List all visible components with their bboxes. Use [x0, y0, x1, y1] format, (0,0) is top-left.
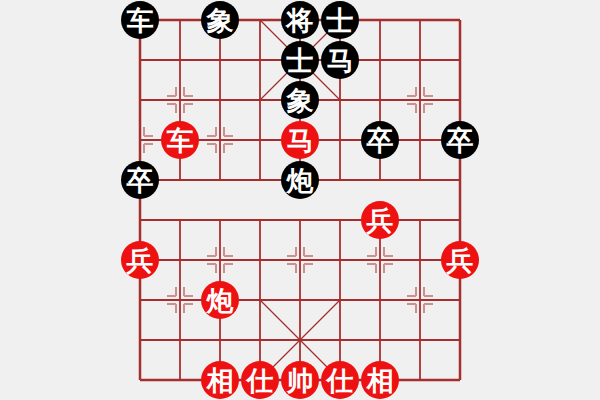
piece-black-elephant[interactable]: 象 — [281, 81, 319, 119]
board-point: 兵 — [120, 240, 160, 280]
board-point: 士 — [280, 40, 320, 80]
piece-red-soldier[interactable]: 兵 — [121, 241, 159, 279]
board-point: 马 — [320, 40, 360, 80]
board-point: 车 — [120, 0, 160, 40]
board-point: 卒 — [360, 120, 400, 160]
piece-black-advisor[interactable]: 士 — [321, 1, 359, 39]
board-point: 象 — [280, 80, 320, 120]
board-point: 炮 — [200, 280, 240, 320]
board-point: 将 — [280, 0, 320, 40]
piece-black-horse[interactable]: 马 — [321, 41, 359, 79]
board-point: 兵 — [360, 200, 400, 240]
piece-red-horse[interactable]: 马 — [281, 121, 319, 159]
piece-red-soldier[interactable]: 兵 — [441, 241, 479, 279]
board-point: 仕 — [320, 360, 360, 400]
piece-red-soldier[interactable]: 兵 — [361, 201, 399, 239]
piece-black-cannon[interactable]: 炮 — [281, 161, 319, 199]
piece-black-soldier[interactable]: 卒 — [441, 121, 479, 159]
piece-black-elephant[interactable]: 象 — [201, 1, 239, 39]
piece-black-general[interactable]: 将 — [281, 1, 319, 39]
piece-black-soldier[interactable]: 卒 — [361, 121, 399, 159]
xiangqi-board: 车象将士士马象车马卒卒卒炮兵兵兵炮相仕帅仕相 — [120, 0, 480, 400]
piece-black-soldier[interactable]: 卒 — [121, 161, 159, 199]
board-point: 相 — [360, 360, 400, 400]
piece-red-elephant[interactable]: 相 — [201, 361, 239, 399]
board-point: 兵 — [440, 240, 480, 280]
board-area: 车象将士士马象车马卒卒卒炮兵兵兵炮相仕帅仕相 — [0, 0, 600, 400]
piece-red-cannon[interactable]: 炮 — [201, 281, 239, 319]
board-point: 帅 — [280, 360, 320, 400]
board-point: 卒 — [440, 120, 480, 160]
board-point: 马 — [280, 120, 320, 160]
board-point: 车 — [160, 120, 200, 160]
piece-red-chariot[interactable]: 车 — [161, 121, 199, 159]
board-point: 卒 — [120, 160, 160, 200]
piece-red-general[interactable]: 帅 — [281, 361, 319, 399]
piece-black-chariot[interactable]: 车 — [121, 1, 159, 39]
piece-red-advisor[interactable]: 仕 — [321, 361, 359, 399]
board-point: 相 — [200, 360, 240, 400]
board-point: 仕 — [240, 360, 280, 400]
board-point: 士 — [320, 0, 360, 40]
piece-red-elephant[interactable]: 相 — [361, 361, 399, 399]
piece-red-advisor[interactable]: 仕 — [241, 361, 279, 399]
board-point: 象 — [200, 0, 240, 40]
piece-black-advisor[interactable]: 士 — [281, 41, 319, 79]
board-point: 炮 — [280, 160, 320, 200]
